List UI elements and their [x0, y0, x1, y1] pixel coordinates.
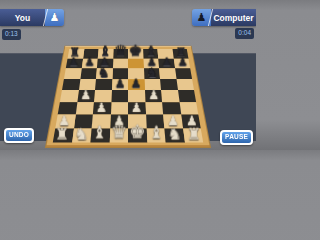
piece-white-rook[interactable]: ♜: [55, 126, 69, 142]
piece-white-knight[interactable]: ♞: [168, 126, 182, 142]
square-e7[interactable]: [128, 58, 144, 68]
square-e1[interactable]: ♚: [128, 128, 147, 142]
white-pawn-icon: ♟: [50, 12, 60, 23]
piece-white-bishop[interactable]: ♝: [148, 124, 163, 141]
square-a4[interactable]: [60, 90, 79, 102]
piece-white-bishop[interactable]: ♝: [92, 124, 107, 141]
square-d1[interactable]: ♛: [109, 128, 128, 142]
square-h7[interactable]: ♟: [173, 58, 190, 68]
square-e3[interactable]: ♟: [128, 102, 146, 115]
square-f4[interactable]: ♟: [145, 90, 163, 102]
square-f3[interactable]: [145, 102, 163, 115]
square-b4[interactable]: ♟: [77, 90, 95, 102]
square-g4[interactable]: [161, 90, 179, 102]
piece-black-queen[interactable]: ♛: [114, 43, 127, 58]
piece-white-queen[interactable]: ♛: [110, 123, 126, 141]
square-h5[interactable]: [176, 79, 194, 90]
piece-white-pawn[interactable]: ♟: [148, 89, 159, 101]
square-d8[interactable]: ♛: [113, 49, 128, 58]
piece-black-knight[interactable]: ♞: [146, 65, 158, 79]
square-c3[interactable]: ♟: [93, 102, 111, 115]
square-f6[interactable]: ♞: [144, 68, 160, 79]
black-pawn-icon: ♟: [197, 12, 207, 23]
piece-white-knight[interactable]: ♞: [74, 126, 88, 142]
chess-board[interactable]: ♜♝♛♚♝♜♟♟♟♟♟♟♞♞♟♟♟♟♟♟♟♟♟♟♜♞♝♛♚♝♞♜: [53, 49, 203, 142]
player-color-computer: ♟: [192, 9, 211, 26]
square-g6[interactable]: [159, 68, 176, 79]
square-b6[interactable]: [80, 68, 97, 79]
piece-white-pawn[interactable]: ♟: [131, 101, 142, 114]
player-banner-you: You ♟: [0, 9, 64, 26]
piece-black-pawn[interactable]: ♟: [162, 56, 172, 67]
piece-black-pawn[interactable]: ♟: [177, 56, 187, 67]
piece-white-king[interactable]: ♚: [129, 123, 145, 141]
piece-black-pawn[interactable]: ♟: [114, 77, 125, 89]
square-e5[interactable]: ♟: [128, 79, 145, 90]
square-c6[interactable]: ♞: [96, 68, 112, 79]
square-d5[interactable]: ♟: [112, 79, 129, 90]
player-color-you: ♟: [45, 9, 64, 26]
square-h1[interactable]: ♜: [183, 128, 204, 142]
piece-white-rook[interactable]: ♜: [187, 126, 201, 142]
square-b3[interactable]: [75, 102, 94, 115]
square-a7[interactable]: ♟: [66, 58, 83, 68]
square-a6[interactable]: [64, 68, 81, 79]
piece-white-pawn[interactable]: ♟: [80, 89, 91, 101]
player-name-you: You: [0, 9, 45, 26]
square-g5[interactable]: [160, 79, 177, 90]
piece-black-pawn[interactable]: ♟: [69, 56, 79, 67]
square-h6[interactable]: [175, 68, 192, 79]
square-b1[interactable]: ♞: [72, 128, 92, 142]
square-b7[interactable]: ♟: [81, 58, 97, 68]
square-c5[interactable]: [95, 79, 112, 90]
piece-black-pawn[interactable]: ♟: [131, 77, 142, 89]
square-f1[interactable]: ♝: [146, 128, 165, 142]
square-a1[interactable]: ♜: [53, 128, 74, 142]
undo-button[interactable]: UNDO: [4, 128, 34, 143]
piece-black-knight[interactable]: ♞: [98, 65, 110, 79]
pause-button[interactable]: PAUSE: [220, 130, 253, 145]
piece-black-king[interactable]: ♚: [129, 43, 142, 58]
player-name-computer: Computer: [211, 9, 256, 26]
timer-you: 0:13: [2, 29, 21, 40]
player-banner-computer: ♟ Computer: [192, 9, 256, 26]
square-g1[interactable]: ♞: [164, 128, 184, 142]
square-g7[interactable]: ♟: [158, 58, 174, 68]
square-e8[interactable]: ♚: [128, 49, 143, 58]
square-c1[interactable]: ♝: [90, 128, 109, 142]
square-a5[interactable]: [62, 79, 80, 90]
square-d7[interactable]: [112, 58, 128, 68]
piece-black-pawn[interactable]: ♟: [84, 56, 94, 67]
board-frame: ♜♝♛♚♝♜♟♟♟♟♟♟♞♞♟♟♟♟♟♟♟♟♟♟♜♞♝♛♚♝♞♜: [45, 46, 211, 148]
piece-white-pawn[interactable]: ♟: [96, 101, 107, 114]
timer-computer: 0:04: [235, 28, 254, 39]
square-d4[interactable]: [111, 90, 128, 102]
square-h4[interactable]: [178, 90, 197, 102]
